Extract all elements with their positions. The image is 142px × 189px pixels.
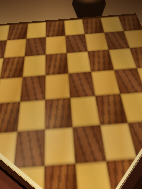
- square-d5: [45, 74, 70, 100]
- square-b7: [4, 39, 27, 58]
- square-d7: [46, 36, 67, 55]
- square-c3: [14, 129, 45, 168]
- square-e7: [65, 34, 87, 53]
- square-c8: [26, 22, 46, 39]
- square-b8: [7, 23, 28, 40]
- scene: [0, 0, 142, 189]
- square-d2: [44, 164, 79, 189]
- square-h8: [118, 15, 142, 31]
- square-d4: [45, 98, 73, 130]
- square-d6: [45, 53, 68, 75]
- square-f8: [82, 18, 104, 34]
- chessboard: [0, 13, 142, 189]
- square-c6: [23, 55, 46, 77]
- square-b5: [0, 77, 23, 104]
- square-b6: [0, 56, 25, 79]
- square-c5: [20, 75, 45, 101]
- square-c7: [25, 37, 46, 56]
- square-d8: [46, 21, 65, 38]
- square-d3: [45, 127, 76, 166]
- square-c4: [17, 100, 45, 132]
